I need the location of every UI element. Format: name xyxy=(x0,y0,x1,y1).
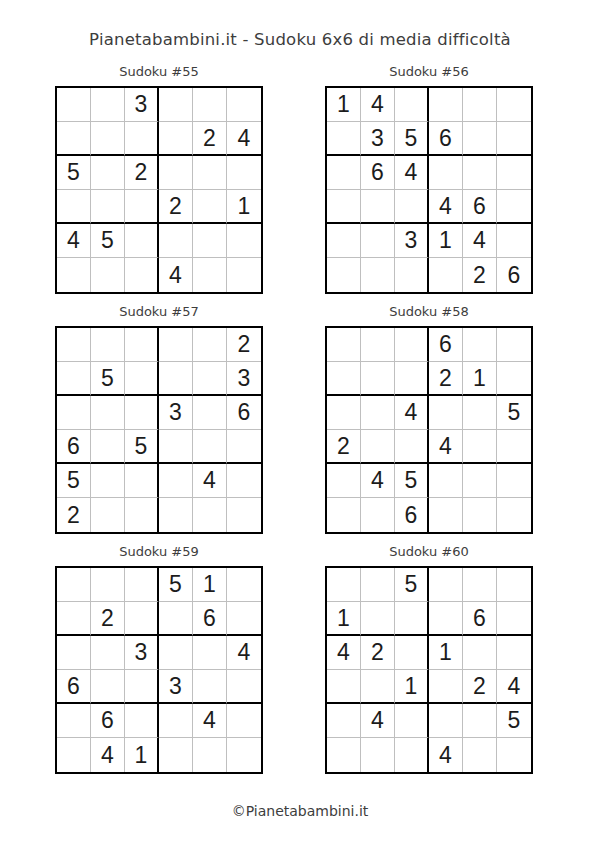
cell-r1c3: 3 xyxy=(125,88,159,122)
cell-r1c4[interactable] xyxy=(159,88,193,122)
cell-r5c3[interactable] xyxy=(125,224,159,258)
cell-r6c1[interactable] xyxy=(57,258,91,292)
cell-r2c6[interactable] xyxy=(497,602,531,636)
puzzle-55: Sudoku #55 3245221454 xyxy=(55,64,263,294)
page-title: Pianetabambini.it - Sudoku 6x6 di media … xyxy=(0,30,600,49)
cell-r4c6[interactable] xyxy=(227,430,261,464)
cell-r1c1[interactable] xyxy=(57,568,91,602)
cell-r5c6[interactable] xyxy=(497,224,531,258)
cell-r5c2[interactable] xyxy=(91,464,125,498)
puzzle-57: Sudoku #57 2533665542 xyxy=(55,304,263,534)
cell-r3c1[interactable] xyxy=(327,396,361,430)
cell-r6c5: 2 xyxy=(463,258,497,292)
cell-r6c1[interactable] xyxy=(327,738,361,772)
sudoku-grid: 14356644631426 xyxy=(325,86,533,294)
cell-r1c1[interactable] xyxy=(57,328,91,362)
cell-r4c2[interactable] xyxy=(91,190,125,224)
cell-r2c3: 5 xyxy=(395,122,429,156)
cell-r2c2[interactable] xyxy=(91,122,125,156)
cell-r4c5[interactable] xyxy=(193,430,227,464)
cell-r6c1[interactable] xyxy=(327,258,361,292)
cell-r6c2[interactable] xyxy=(361,738,395,772)
cell-r5c6[interactable] xyxy=(227,464,261,498)
cell-r2c5[interactable] xyxy=(463,122,497,156)
cell-r5c4[interactable] xyxy=(159,224,193,258)
cell-r4c6[interactable] xyxy=(497,430,531,464)
cell-r5c1[interactable] xyxy=(327,224,361,258)
cell-r6c5[interactable] xyxy=(193,258,227,292)
cell-r3c4[interactable] xyxy=(159,636,193,670)
cell-r4c5[interactable] xyxy=(463,430,497,464)
cell-r2c3[interactable] xyxy=(125,122,159,156)
cell-r6c1[interactable] xyxy=(57,738,91,772)
cell-r4c2[interactable] xyxy=(91,430,125,464)
cell-r5c3: 3 xyxy=(395,224,429,258)
cell-r2c5: 1 xyxy=(463,362,497,396)
cell-r5c4[interactable] xyxy=(429,464,463,498)
cell-r3c6[interactable] xyxy=(497,156,531,190)
cell-r5c2: 5 xyxy=(91,224,125,258)
cell-r6c5[interactable] xyxy=(463,738,497,772)
cell-r5c4[interactable] xyxy=(429,704,463,738)
cell-r5c4[interactable] xyxy=(159,704,193,738)
cell-r6c3: 6 xyxy=(395,498,429,532)
cell-r6c6[interactable] xyxy=(227,498,261,532)
cell-r5c4: 1 xyxy=(429,224,463,258)
cell-r5c6: 5 xyxy=(497,704,531,738)
cell-r3c1[interactable] xyxy=(57,636,91,670)
cell-r4c2[interactable] xyxy=(361,190,395,224)
cell-r1c3[interactable] xyxy=(125,568,159,602)
cell-r1c5[interactable] xyxy=(463,328,497,362)
cell-r1c5[interactable] xyxy=(193,88,227,122)
cell-r3c5[interactable] xyxy=(463,396,497,430)
cell-r6c3[interactable] xyxy=(125,498,159,532)
cell-r2c1: 1 xyxy=(327,602,361,636)
cell-r6c3[interactable] xyxy=(395,738,429,772)
cell-r1c5[interactable] xyxy=(463,568,497,602)
cell-r3c4: 3 xyxy=(159,396,193,430)
puzzle-58: Sudoku #58 6214524456 xyxy=(325,304,533,534)
cell-r3c6: 5 xyxy=(497,396,531,430)
cell-r1c1[interactable] xyxy=(327,568,361,602)
puzzle-56: Sudoku #56 14356644631426 xyxy=(325,64,533,294)
cell-r1c2[interactable] xyxy=(91,568,125,602)
cell-r6c5[interactable] xyxy=(193,498,227,532)
cell-r2c3[interactable] xyxy=(125,602,159,636)
cell-r5c5[interactable] xyxy=(463,464,497,498)
cell-r6c2[interactable] xyxy=(361,498,395,532)
puzzle-title: Sudoku #58 xyxy=(325,304,533,320)
cell-r3c4[interactable] xyxy=(159,156,193,190)
cell-r3c5[interactable] xyxy=(193,396,227,430)
cell-r5c1: 4 xyxy=(57,224,91,258)
cell-r5c5[interactable] xyxy=(193,224,227,258)
cell-r1c3: 5 xyxy=(395,568,429,602)
cell-r3c3: 4 xyxy=(395,156,429,190)
cell-r6c4: 4 xyxy=(429,738,463,772)
cell-r4c2[interactable] xyxy=(361,670,395,704)
cell-r6c3[interactable] xyxy=(395,258,429,292)
cell-r4c3: 1 xyxy=(395,670,429,704)
cell-r3c1: 4 xyxy=(327,636,361,670)
cell-r5c3[interactable] xyxy=(395,704,429,738)
cell-r2c3[interactable] xyxy=(395,602,429,636)
cell-r1c1: 1 xyxy=(327,88,361,122)
cell-r3c3: 4 xyxy=(395,396,429,430)
puzzle-title: Sudoku #60 xyxy=(325,544,533,560)
cell-r4c4[interactable] xyxy=(159,430,193,464)
cell-r5c2: 6 xyxy=(91,704,125,738)
cell-r6c2[interactable] xyxy=(361,258,395,292)
cell-r2c1[interactable] xyxy=(57,122,91,156)
cell-r3c2: 2 xyxy=(361,636,395,670)
cell-r3c6[interactable] xyxy=(497,636,531,670)
cell-r4c4: 3 xyxy=(159,670,193,704)
cell-r3c2[interactable] xyxy=(361,396,395,430)
cell-r4c6[interactable] xyxy=(227,670,261,704)
puzzle-title: Sudoku #59 xyxy=(55,544,263,560)
cell-r6c6: 6 xyxy=(497,258,531,292)
cell-r5c2[interactable] xyxy=(361,224,395,258)
cell-r5c1: 5 xyxy=(57,464,91,498)
cell-r1c5[interactable] xyxy=(463,88,497,122)
cell-r6c6[interactable] xyxy=(227,738,261,772)
sudoku-grid: 512634636441 xyxy=(55,566,263,774)
cell-r1c6[interactable] xyxy=(497,328,531,362)
cell-r3c1: 5 xyxy=(57,156,91,190)
cell-r4c2[interactable] xyxy=(361,430,395,464)
cell-r5c5[interactable] xyxy=(463,704,497,738)
sudoku-grid: 6214524456 xyxy=(325,326,533,534)
cell-r4c1: 2 xyxy=(327,430,361,464)
cell-r4c6: 4 xyxy=(497,670,531,704)
cell-r1c6: 2 xyxy=(227,328,261,362)
cell-r1c1[interactable] xyxy=(327,328,361,362)
cell-r4c3[interactable] xyxy=(395,190,429,224)
cell-r6c4[interactable] xyxy=(429,258,463,292)
cell-r2c5[interactable] xyxy=(193,362,227,396)
cell-r4c1: 6 xyxy=(57,670,91,704)
cell-r2c2: 2 xyxy=(91,602,125,636)
cell-r6c6[interactable] xyxy=(497,738,531,772)
cell-r3c5[interactable] xyxy=(193,156,227,190)
cell-r3c6: 6 xyxy=(227,396,261,430)
cell-r6c4[interactable] xyxy=(159,738,193,772)
cell-r1c4: 5 xyxy=(159,568,193,602)
cell-r4c3: 5 xyxy=(125,430,159,464)
cell-r1c4: 6 xyxy=(429,328,463,362)
cell-r2c5: 2 xyxy=(193,122,227,156)
cell-r2c1[interactable] xyxy=(57,362,91,396)
cell-r4c3[interactable] xyxy=(125,670,159,704)
cell-r3c3: 2 xyxy=(125,156,159,190)
cell-r2c3[interactable] xyxy=(125,362,159,396)
puzzle-title: Sudoku #57 xyxy=(55,304,263,320)
cell-r1c4[interactable] xyxy=(429,568,463,602)
cell-r6c1[interactable] xyxy=(327,498,361,532)
cell-r6c6[interactable] xyxy=(227,258,261,292)
sudoku-grid: 2533665542 xyxy=(55,326,263,534)
cell-r1c3[interactable] xyxy=(125,328,159,362)
puzzle-59: Sudoku #59 512634636441 xyxy=(55,544,263,774)
cell-r4c5: 6 xyxy=(463,190,497,224)
puzzle-title: Sudoku #56 xyxy=(325,64,533,80)
cell-r1c6[interactable] xyxy=(497,88,531,122)
cell-r4c1[interactable] xyxy=(327,190,361,224)
cell-r5c2: 4 xyxy=(361,704,395,738)
cell-r6c1: 2 xyxy=(57,498,91,532)
cell-r4c3[interactable] xyxy=(125,190,159,224)
cell-r2c4[interactable] xyxy=(159,122,193,156)
cell-r1c2[interactable] xyxy=(91,328,125,362)
cell-r5c1[interactable] xyxy=(57,704,91,738)
cell-r2c2[interactable] xyxy=(361,602,395,636)
cell-r2c3[interactable] xyxy=(395,362,429,396)
cell-r4c1[interactable] xyxy=(327,670,361,704)
cell-r6c2[interactable] xyxy=(91,258,125,292)
cell-r2c4[interactable] xyxy=(159,602,193,636)
cell-r3c2[interactable] xyxy=(91,156,125,190)
cell-r1c1[interactable] xyxy=(57,88,91,122)
cell-r2c4[interactable] xyxy=(159,362,193,396)
cell-r3c2: 6 xyxy=(361,156,395,190)
cell-r3c6[interactable] xyxy=(227,156,261,190)
cell-r5c5: 4 xyxy=(193,464,227,498)
cell-r3c5[interactable] xyxy=(463,156,497,190)
sudoku-grid: 516421124454 xyxy=(325,566,533,774)
copyright-footer: ©Pianetabambini.it xyxy=(0,803,600,819)
cell-r6c2: 4 xyxy=(91,738,125,772)
cell-r2c2: 5 xyxy=(91,362,125,396)
cell-r1c6[interactable] xyxy=(227,88,261,122)
puzzle-60: Sudoku #60 516421124454 xyxy=(325,544,533,774)
cell-r1c6[interactable] xyxy=(227,568,261,602)
cell-r3c3: 3 xyxy=(125,636,159,670)
cell-r2c6: 3 xyxy=(227,362,261,396)
cell-r3c3[interactable] xyxy=(125,396,159,430)
puzzle-title: Sudoku #55 xyxy=(55,64,263,80)
cell-r5c2: 4 xyxy=(361,464,395,498)
cell-r5c5: 4 xyxy=(193,704,227,738)
cell-r3c3[interactable] xyxy=(395,636,429,670)
cell-r1c2[interactable] xyxy=(361,328,395,362)
cell-r3c2[interactable] xyxy=(91,636,125,670)
cell-r5c4[interactable] xyxy=(159,464,193,498)
cell-r3c5[interactable] xyxy=(193,636,227,670)
cell-r2c2[interactable] xyxy=(361,362,395,396)
cell-r2c6[interactable] xyxy=(497,362,531,396)
cell-r2c5: 6 xyxy=(463,602,497,636)
cell-r4c1[interactable] xyxy=(57,190,91,224)
cell-r2c6: 4 xyxy=(227,122,261,156)
cell-r6c3: 1 xyxy=(125,738,159,772)
cell-r6c4: 4 xyxy=(159,258,193,292)
cell-r3c1[interactable] xyxy=(327,156,361,190)
cell-r5c6[interactable] xyxy=(227,224,261,258)
cell-r3c4[interactable] xyxy=(429,396,463,430)
cell-r1c3[interactable] xyxy=(395,328,429,362)
cell-r2c1[interactable] xyxy=(57,602,91,636)
cell-r5c6[interactable] xyxy=(497,464,531,498)
cell-r4c6: 1 xyxy=(227,190,261,224)
cell-r2c6[interactable] xyxy=(497,122,531,156)
cell-r3c2[interactable] xyxy=(91,396,125,430)
cell-r3c6: 4 xyxy=(227,636,261,670)
cell-r4c6[interactable] xyxy=(497,190,531,224)
cell-r4c4[interactable] xyxy=(429,670,463,704)
cell-r2c4: 2 xyxy=(429,362,463,396)
cell-r2c4[interactable] xyxy=(429,602,463,636)
cell-r6c6[interactable] xyxy=(497,498,531,532)
cell-r3c5[interactable] xyxy=(463,636,497,670)
cell-r6c4[interactable] xyxy=(159,498,193,532)
cell-r2c4: 6 xyxy=(429,122,463,156)
cell-r6c5[interactable] xyxy=(463,498,497,532)
cell-r1c2[interactable] xyxy=(91,88,125,122)
cell-r6c5[interactable] xyxy=(193,738,227,772)
cell-r4c5: 2 xyxy=(463,670,497,704)
cell-r2c6[interactable] xyxy=(227,602,261,636)
sudoku-grid: 3245221454 xyxy=(55,86,263,294)
cell-r5c1[interactable] xyxy=(327,704,361,738)
cell-r4c1: 6 xyxy=(57,430,91,464)
cell-r5c3: 5 xyxy=(395,464,429,498)
cell-r2c2: 3 xyxy=(361,122,395,156)
cell-r5c1[interactable] xyxy=(327,464,361,498)
cell-r2c1[interactable] xyxy=(327,362,361,396)
cell-r2c5: 6 xyxy=(193,602,227,636)
cell-r4c4: 4 xyxy=(429,430,463,464)
cell-r5c5: 4 xyxy=(463,224,497,258)
cell-r2c1[interactable] xyxy=(327,122,361,156)
cell-r1c5: 1 xyxy=(193,568,227,602)
cell-r4c4: 2 xyxy=(159,190,193,224)
cell-r1c3[interactable] xyxy=(395,88,429,122)
cell-r5c3[interactable] xyxy=(125,464,159,498)
cell-r4c2[interactable] xyxy=(91,670,125,704)
cell-r4c3[interactable] xyxy=(395,430,429,464)
worksheet-page: Pianetabambini.it - Sudoku 6x6 di media … xyxy=(0,0,600,849)
cell-r3c4[interactable] xyxy=(429,156,463,190)
cell-r1c2[interactable] xyxy=(361,568,395,602)
cell-r3c4: 1 xyxy=(429,636,463,670)
cell-r1c5[interactable] xyxy=(193,328,227,362)
cell-r1c4[interactable] xyxy=(429,88,463,122)
cell-r6c2[interactable] xyxy=(91,498,125,532)
cell-r5c3[interactable] xyxy=(125,704,159,738)
cell-r4c5[interactable] xyxy=(193,190,227,224)
cell-r1c6[interactable] xyxy=(497,568,531,602)
cell-r5c6[interactable] xyxy=(227,704,261,738)
cell-r4c4: 4 xyxy=(429,190,463,224)
cell-r1c2: 4 xyxy=(361,88,395,122)
cell-r6c3[interactable] xyxy=(125,258,159,292)
cell-r4c5[interactable] xyxy=(193,670,227,704)
cell-r3c1[interactable] xyxy=(57,396,91,430)
cell-r1c4[interactable] xyxy=(159,328,193,362)
cell-r6c4[interactable] xyxy=(429,498,463,532)
